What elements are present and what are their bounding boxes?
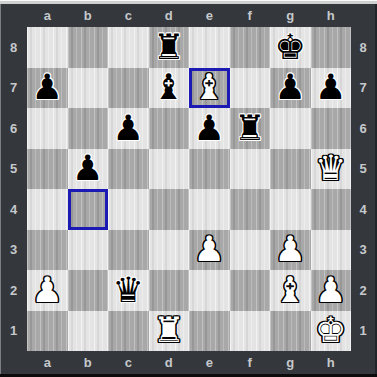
square-a4[interactable] [27, 189, 68, 230]
file-label-d: d [149, 351, 190, 374]
rank-label-8: 8 [0, 27, 27, 68]
square-a6[interactable] [27, 108, 68, 149]
white-bishop[interactable]: ♝ [275, 273, 306, 308]
rank-label-5: 5 [0, 149, 27, 190]
square-b2[interactable] [68, 270, 109, 311]
square-d3[interactable] [149, 230, 190, 271]
file-label-f: f [230, 351, 271, 374]
rank-label-6: 6 [351, 108, 375, 149]
square-f4[interactable] [230, 189, 271, 230]
square-g3[interactable]: ♟ [270, 230, 311, 271]
file-label-g: g [270, 351, 311, 374]
square-e7[interactable]: ♝ [189, 68, 230, 109]
square-f7[interactable] [230, 68, 271, 109]
square-b7[interactable] [68, 68, 109, 109]
rank-label-6: 6 [0, 108, 27, 149]
square-h6[interactable] [311, 108, 352, 149]
white-pawn[interactable]: ♟ [315, 273, 346, 308]
square-g6[interactable] [270, 108, 311, 149]
square-c6[interactable]: ♟ [108, 108, 149, 149]
square-h4[interactable] [311, 189, 352, 230]
white-bishop[interactable]: ♝ [194, 70, 225, 105]
rank-label-2: 2 [351, 270, 375, 311]
black-pawn[interactable]: ♟ [72, 151, 103, 186]
square-d8[interactable]: ♜ [149, 27, 190, 68]
square-c5[interactable] [108, 149, 149, 190]
black-rook[interactable]: ♜ [234, 111, 265, 146]
rank-label-8: 8 [351, 27, 375, 68]
square-g1[interactable] [270, 311, 311, 352]
file-labels-bottom: abcdefgh [27, 351, 351, 374]
square-e8[interactable] [189, 27, 230, 68]
rank-label-7: 7 [0, 68, 27, 109]
square-h3[interactable] [311, 230, 352, 271]
square-e4[interactable] [189, 189, 230, 230]
square-a3[interactable] [27, 230, 68, 271]
square-h7[interactable]: ♟ [311, 68, 352, 109]
square-f1[interactable] [230, 311, 271, 352]
rank-label-5: 5 [351, 149, 375, 190]
file-label-f: f [230, 4, 271, 27]
square-e6[interactable]: ♟ [189, 108, 230, 149]
file-label-b: b [68, 351, 109, 374]
chess-board: ♜♚♟♝♝♟♟♟♟♜♟♛♟♟♟♛♝♟♜♚ [27, 27, 351, 351]
black-king[interactable]: ♚ [275, 30, 306, 65]
black-pawn[interactable]: ♟ [275, 70, 306, 105]
file-label-g: g [270, 4, 311, 27]
square-e5[interactable] [189, 149, 230, 190]
white-pawn[interactable]: ♟ [194, 232, 225, 267]
square-g2[interactable]: ♝ [270, 270, 311, 311]
square-f2[interactable] [230, 270, 271, 311]
square-d1[interactable]: ♜ [149, 311, 190, 352]
square-b3[interactable] [68, 230, 109, 271]
square-a7[interactable]: ♟ [27, 68, 68, 109]
square-f6[interactable]: ♜ [230, 108, 271, 149]
black-bishop[interactable]: ♝ [153, 70, 184, 105]
black-pawn[interactable]: ♟ [194, 111, 225, 146]
square-e2[interactable] [189, 270, 230, 311]
square-f5[interactable] [230, 149, 271, 190]
square-e3[interactable]: ♟ [189, 230, 230, 271]
rank-label-3: 3 [351, 230, 375, 271]
square-a5[interactable] [27, 149, 68, 190]
square-c4[interactable] [108, 189, 149, 230]
square-b8[interactable] [68, 27, 109, 68]
white-queen[interactable]: ♛ [315, 151, 346, 186]
square-d7[interactable]: ♝ [149, 68, 190, 109]
square-b6[interactable] [68, 108, 109, 149]
rank-label-1: 1 [0, 311, 27, 352]
rank-labels-right: 87654321 [351, 27, 375, 351]
rank-labels-left: 87654321 [0, 27, 27, 351]
black-pawn[interactable]: ♟ [315, 70, 346, 105]
file-label-e: e [189, 351, 230, 374]
file-labels-top: abcdefgh [27, 4, 351, 27]
square-a2[interactable]: ♟ [27, 270, 68, 311]
square-d6[interactable] [149, 108, 190, 149]
square-c1[interactable] [108, 311, 149, 352]
white-pawn[interactable]: ♟ [275, 232, 306, 267]
square-h5[interactable]: ♛ [311, 149, 352, 190]
file-label-c: c [108, 351, 149, 374]
square-f8[interactable] [230, 27, 271, 68]
black-queen[interactable]: ♛ [113, 273, 144, 308]
square-a1[interactable] [27, 311, 68, 352]
chess-app-window: abcdefgh 87654321 ♜♚♟♝♝♟♟♟♟♜♟♛♟♟♟♛♝♟♜♚ 8… [0, 0, 377, 377]
file-label-c: c [108, 4, 149, 27]
black-rook[interactable]: ♜ [153, 30, 184, 65]
file-label-d: d [149, 4, 190, 27]
square-c7[interactable] [108, 68, 149, 109]
square-c3[interactable] [108, 230, 149, 271]
square-f3[interactable] [230, 230, 271, 271]
square-e1[interactable] [189, 311, 230, 352]
white-king[interactable]: ♚ [315, 313, 346, 348]
square-b5[interactable]: ♟ [68, 149, 109, 190]
rank-label-2: 2 [0, 270, 27, 311]
square-d5[interactable] [149, 149, 190, 190]
file-label-h: h [311, 351, 352, 374]
square-h2[interactable]: ♟ [311, 270, 352, 311]
white-pawn[interactable]: ♟ [32, 273, 63, 308]
rank-label-1: 1 [351, 311, 375, 352]
square-g5[interactable] [270, 149, 311, 190]
square-h1[interactable]: ♚ [311, 311, 352, 352]
file-label-a: a [27, 4, 68, 27]
rank-label-4: 4 [0, 189, 27, 230]
square-a8[interactable] [27, 27, 68, 68]
square-g7[interactable]: ♟ [270, 68, 311, 109]
square-g4[interactable] [270, 189, 311, 230]
rank-label-7: 7 [351, 68, 375, 109]
rank-label-4: 4 [351, 189, 375, 230]
square-c8[interactable] [108, 27, 149, 68]
square-h8[interactable] [311, 27, 352, 68]
file-label-a: a [27, 351, 68, 374]
rank-label-3: 3 [0, 230, 27, 271]
file-label-e: e [189, 4, 230, 27]
square-g8[interactable]: ♚ [270, 27, 311, 68]
square-d2[interactable] [149, 270, 190, 311]
white-rook[interactable]: ♜ [153, 313, 184, 348]
square-d4[interactable] [149, 189, 190, 230]
black-pawn[interactable]: ♟ [113, 111, 144, 146]
square-b4[interactable] [68, 189, 109, 230]
file-label-b: b [68, 4, 109, 27]
square-c2[interactable]: ♛ [108, 270, 149, 311]
square-b1[interactable] [68, 311, 109, 352]
file-label-h: h [311, 4, 352, 27]
black-pawn[interactable]: ♟ [32, 70, 63, 105]
